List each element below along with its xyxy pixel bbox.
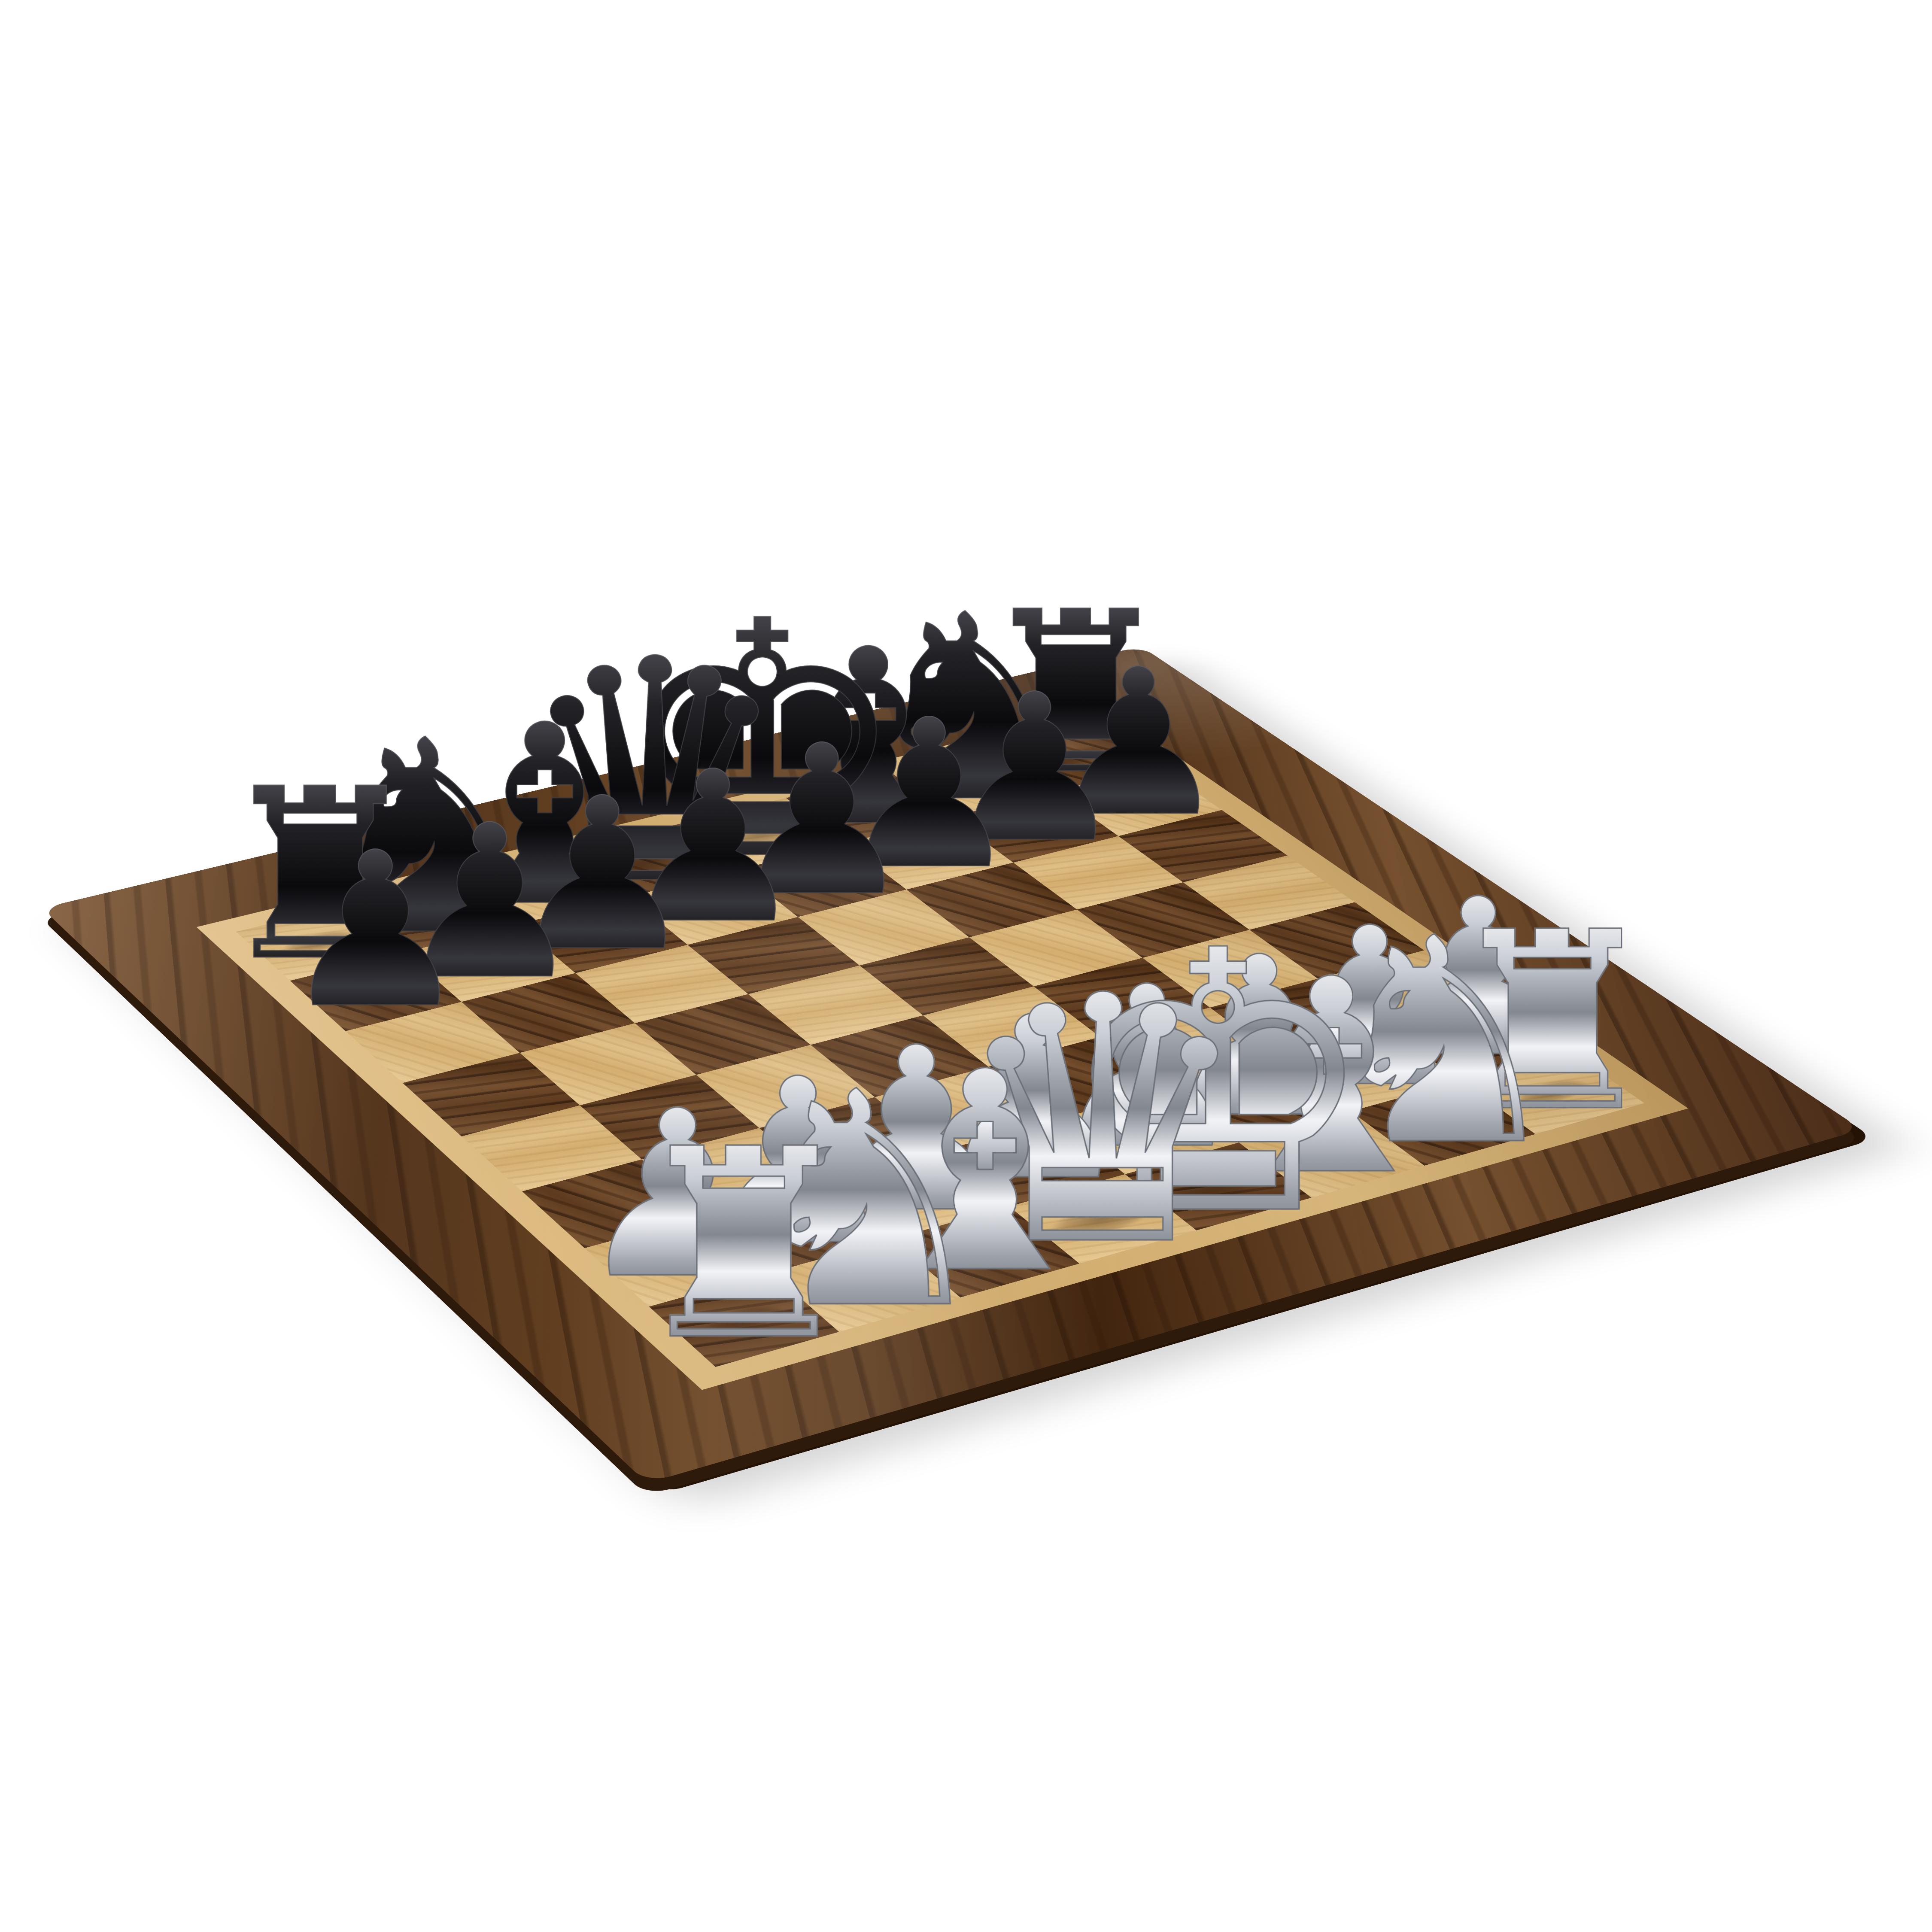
photo-scene: ♜♞♝♛♚♝♞♜♟♟♟♟♟♟♟♟♟♟♟♟♟♟♟♟♜♞♝♛♚♝♞♜	[0, 0, 1932, 1932]
chess-board: ♜♞♝♛♚♝♞♜♟♟♟♟♟♟♟♟♟♟♟♟♟♟♟♟♜♞♝♛♚♝♞♜	[42, 646, 1862, 1483]
